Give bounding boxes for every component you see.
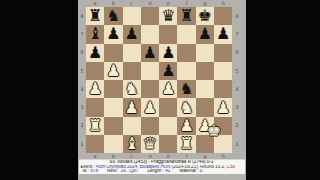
rank-label-right-5: 5 [235,69,240,74]
square-b4[interactable] [104,80,122,98]
square-c7[interactable]: ♟ [123,25,141,43]
square-f7[interactable] [177,25,195,43]
content-area: abcdefgh 87654321 87654321 ♜♞♛♜♚♝♟♟♟♟♟♟♟… [78,0,246,180]
square-e1[interactable] [159,135,177,153]
stat-id-value: 678 [90,169,98,174]
piece-white-pawn-d3[interactable]: ♟ [143,100,157,116]
piece-white-pawn-b5[interactable]: ♟ [106,63,120,79]
square-f2[interactable]: ♟ [177,117,195,135]
square-g6[interactable] [196,44,214,62]
square-g3[interactable] [196,98,214,116]
piece-black-pawn-c7[interactable]: ♟ [125,26,139,42]
event-label: Event : [81,165,95,169]
rank-label-right-8: 8 [235,14,240,19]
square-h3[interactable]: ♟ [214,98,232,116]
square-c2[interactable] [123,117,141,135]
square-b2[interactable] [104,117,122,135]
square-c1[interactable]: ♝ [123,135,141,153]
square-f5[interactable] [177,62,195,80]
rank-label-right-7: 7 [235,32,240,37]
piece-black-rook-f8[interactable]: ♜ [179,8,193,24]
square-a6[interactable]: ♟ [86,44,104,62]
piece-white-queen-d1[interactable]: ♛ [143,136,157,152]
piece-white-pawn-h3[interactable]: ♟ [216,100,230,116]
square-e6[interactable]: ♟ [159,44,177,62]
square-a4[interactable]: ♟ [86,80,104,98]
piece-black-knight-b8[interactable]: ♞ [106,8,120,24]
left-letterbox-bar [0,0,78,180]
piece-black-pawn-h7[interactable]: ♟ [216,26,230,42]
piece-white-knight-f3[interactable]: ♞ [179,100,193,116]
square-a8[interactable]: ♜ [86,7,104,25]
piece-black-knight-f4[interactable]: ♞ [179,81,193,97]
square-b1[interactable] [104,135,122,153]
square-h8[interactable] [214,7,232,25]
square-h4[interactable] [214,80,232,98]
rank-label-left-5: 5 [80,69,85,74]
rank-label-left-2: 2 [80,123,85,128]
rank-label-right-4: 4 [235,87,240,92]
stat-length: Length : 41 [147,169,170,174]
piece-white-rook-a2[interactable]: ♜ [88,118,102,134]
rank-label-right-6: 6 [235,50,240,55]
square-c3[interactable]: ♟ [123,98,141,116]
file-label-top-h: h [214,1,232,6]
video-frame: abcdefgh 87654321 87654321 ♜♞♛♜♚♝♟♟♟♟♟♟♟… [0,0,320,180]
square-a3[interactable] [86,98,104,116]
square-c8[interactable] [123,7,141,25]
square-d1[interactable]: ♛ [141,135,159,153]
piece-white-pawn-e4[interactable]: ♟ [161,81,175,97]
square-h5[interactable] [214,62,232,80]
rank-label-left-8: 8 [80,14,85,19]
rank-label-right-3: 3 [235,105,240,110]
rank-labels-left: 87654321 [80,7,85,153]
square-f6[interactable] [177,44,195,62]
piece-white-pawn-a4[interactable]: ♟ [88,81,102,97]
piece-white-king-h2[interactable]: ♚ [207,123,221,139]
right-letterbox-bar [246,0,320,180]
square-b8[interactable]: ♞ [104,7,122,25]
info-panel: Sv. Novaks (2453) - Praggnanandhaa R (27… [79,159,245,175]
square-b6[interactable] [104,44,122,62]
piece-white-bishop-c1[interactable]: ♝ [125,136,139,152]
square-d7[interactable] [141,25,159,43]
stat-material-label: Material : [179,169,198,174]
rank-label-left-7: 7 [80,32,85,37]
stat-next-value: 19...Qd7 [121,169,139,174]
square-f1[interactable]: ♜ [177,135,195,153]
chess-board[interactable]: ♜♞♛♜♚♝♟♟♟♟♟♟♟♟♟♟♞♟♞♟♟♞♟♜♟♟♚♝♛♜ [86,7,232,153]
stat-length-label: Length : [147,169,164,174]
square-d3[interactable]: ♟ [141,98,159,116]
piece-black-pawn-e5[interactable]: ♟ [161,63,175,79]
piece-black-pawn-a6[interactable]: ♟ [88,45,102,61]
rank-label-left-4: 4 [80,87,85,92]
square-f3[interactable]: ♞ [177,98,195,116]
piece-white-knight-c4[interactable]: ♞ [125,81,139,97]
stat-next: Next : 19...Qd7 [107,169,138,174]
square-g5[interactable] [196,62,214,80]
square-d5[interactable] [141,62,159,80]
square-d4[interactable] [141,80,159,98]
event-detail: (2024.09.21), Round 10.2, [172,165,226,169]
piece-black-queen-e8[interactable]: ♛ [161,8,175,24]
square-g7[interactable]: ♟ [196,25,214,43]
stat-length-value: 41 [165,169,170,174]
square-c6[interactable] [123,44,141,62]
square-a7[interactable]: ♝ [86,25,104,43]
square-a1[interactable] [86,135,104,153]
square-e5[interactable]: ♟ [159,62,177,80]
file-label-top-d: d [141,1,159,6]
piece-black-bishop-a7[interactable]: ♝ [88,26,102,42]
piece-white-pawn-f2[interactable]: ♟ [179,118,193,134]
stat-id: Id : 678 [83,169,99,174]
piece-white-rook-f1[interactable]: ♜ [179,136,193,152]
square-c5[interactable] [123,62,141,80]
stat-id-label: Id : [83,169,89,174]
square-a2[interactable]: ♜ [86,117,104,135]
piece-black-pawn-b7[interactable]: ♟ [106,26,120,42]
stat-material-value: 0 [200,169,203,174]
square-b7[interactable]: ♟ [104,25,122,43]
square-e4[interactable]: ♟ [159,80,177,98]
square-h6[interactable] [214,44,232,62]
eco-code: C50 [227,165,235,169]
square-c4[interactable]: ♞ [123,80,141,98]
square-b3[interactable] [104,98,122,116]
stat-material: Material : 0 [179,169,202,174]
rank-label-left-6: 6 [80,50,85,55]
stats-line: Id : 678 Next : 19...Qd7 Length : 41 Mat… [79,169,245,174]
rank-label-right-1: 1 [235,142,240,147]
square-f4[interactable]: ♞ [177,80,195,98]
square-b5[interactable]: ♟ [104,62,122,80]
file-label-top-c: c [123,1,141,6]
square-h2[interactable]: ♚ [214,117,232,135]
square-g4[interactable] [196,80,214,98]
square-a5[interactable] [86,62,104,80]
rank-labels-right: 87654321 [235,7,240,153]
event-value: 45th Olympiad 2024, Budapest HUN [96,165,170,169]
rank-label-right-2: 2 [235,123,240,128]
piece-black-pawn-d6[interactable]: ♟ [143,45,157,61]
piece-black-pawn-g7[interactable]: ♟ [198,26,212,42]
square-e7[interactable] [159,25,177,43]
square-e2[interactable] [159,117,177,135]
square-g8[interactable]: ♚ [196,7,214,25]
rank-label-left-1: 1 [80,142,85,147]
square-d2[interactable] [141,117,159,135]
piece-black-pawn-e6[interactable]: ♟ [161,45,175,61]
square-e8[interactable]: ♛ [159,7,177,25]
square-d6[interactable]: ♟ [141,44,159,62]
square-h7[interactable]: ♟ [214,25,232,43]
piece-black-king-g8[interactable]: ♚ [198,8,212,24]
stat-next-label: Next : [107,169,119,174]
piece-white-pawn-c3[interactable]: ♟ [125,100,139,116]
rank-label-left-3: 3 [80,105,85,110]
square-d8[interactable] [141,7,159,25]
piece-black-rook-a8[interactable]: ♜ [88,8,102,24]
square-f8[interactable]: ♜ [177,7,195,25]
square-e3[interactable] [159,98,177,116]
